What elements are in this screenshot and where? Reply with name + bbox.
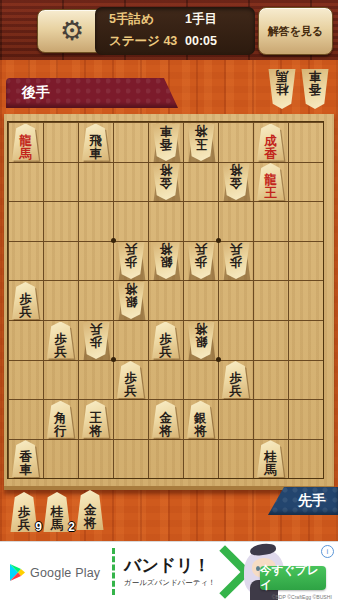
ad-copyright: ©BDP ©CraftEgg ©BUSHI	[272, 595, 332, 600]
hand-piece-sente[interactable]: 歩兵9	[9, 492, 39, 532]
shogi-piece-sente[interactable]: 歩兵	[11, 282, 41, 319]
shogi-piece-sente[interactable]: 角行	[46, 401, 76, 438]
gote-label: 後手	[6, 84, 50, 102]
shogi-piece-sente[interactable]: 金将	[75, 490, 105, 530]
hand-piece-count: 2	[68, 520, 75, 534]
timer: 00:05	[185, 34, 249, 48]
shogi-piece-sente[interactable]: 香車	[11, 440, 41, 477]
shogi-board: 龍馬飛車香車玉将成香金将金将龍王歩兵銀将歩兵歩兵歩兵銀将歩兵歩兵歩兵銀将歩兵歩兵…	[4, 114, 334, 490]
shogi-piece-sente[interactable]: 飛車	[81, 124, 111, 161]
play-field: 後手 桂馬香車 龍馬飛車香車玉将成香金将金将龍王歩兵銀将歩兵歩兵歩兵銀将歩兵歩兵…	[0, 60, 338, 541]
puzzle-info-panel: 5手詰め 1手目 ステージ 43 00:05	[95, 7, 255, 55]
shogi-piece-sente[interactable]: 歩兵	[151, 322, 181, 359]
board-grid[interactable]: 龍馬飛車香車玉将成香金将金将龍王歩兵銀将歩兵歩兵歩兵銀将歩兵歩兵歩兵銀将歩兵歩兵…	[7, 121, 324, 479]
move-counter: 1手目	[185, 11, 249, 28]
shogi-piece-sente[interactable]: 金将	[151, 401, 181, 438]
star-point	[216, 238, 221, 243]
hand-piece-gote[interactable]: 桂馬	[267, 69, 297, 109]
ad-subtitle: ガールズバンドパーティ！	[124, 578, 216, 588]
google-play-text: Google Play	[30, 566, 100, 580]
shogi-piece-sente[interactable]: 龍馬	[11, 124, 41, 161]
ad-info-icon[interactable]: i	[321, 545, 334, 558]
hand-piece-count: 9	[35, 520, 42, 534]
star-point	[216, 357, 221, 362]
hand-piece-sente[interactable]: 金将	[75, 490, 105, 530]
sente-label: 先手	[298, 492, 338, 510]
ad-play-now-button[interactable]: 今すぐプレイ	[260, 566, 326, 590]
shogi-piece-gote[interactable]: 桂馬	[267, 69, 297, 109]
star-point	[111, 357, 116, 362]
problem-type-label: 5手詰め	[97, 11, 185, 28]
gear-icon: ⚙	[60, 18, 84, 45]
star-point	[111, 238, 116, 243]
shogi-piece-sente[interactable]: 王将	[81, 401, 111, 438]
shogi-piece-sente[interactable]: 歩兵	[221, 361, 251, 398]
sente-label-ribbon: 先手	[268, 487, 338, 515]
shogi-piece-sente[interactable]: 龍王	[256, 163, 286, 200]
gote-label-ribbon: 後手	[6, 78, 178, 108]
sente-hand-tray: 歩兵9桂馬2金将	[9, 492, 105, 532]
ad-banner[interactable]: Google Play バンドリ！ ガールズバンドパーティ！ 今すぐプレイ i …	[0, 541, 338, 600]
ad-divider	[112, 548, 115, 595]
shogi-piece-sente[interactable]: 桂馬	[256, 440, 286, 477]
shogi-piece-gote[interactable]: 香車	[300, 69, 330, 109]
stage-label: ステージ 43	[97, 33, 185, 50]
hand-piece-gote[interactable]: 香車	[300, 69, 330, 109]
gote-hand-tray: 桂馬香車	[267, 69, 330, 109]
shogi-piece-sente[interactable]: 成香	[256, 124, 286, 161]
play-triangle-icon	[10, 564, 25, 581]
shogi-piece-sente[interactable]: 銀将	[186, 401, 216, 438]
shogi-piece-sente[interactable]: 歩兵	[46, 322, 76, 359]
top-bar: ⚙ 5手詰め 1手目 ステージ 43 00:05 解答を見る	[0, 0, 338, 60]
google-play-logo: Google Play	[10, 564, 100, 581]
show-answer-button[interactable]: 解答を見る	[258, 7, 333, 55]
hand-piece-sente[interactable]: 桂馬2	[42, 492, 72, 532]
shogi-piece-sente[interactable]: 歩兵	[116, 361, 146, 398]
ad-title: バンドリ！	[124, 554, 211, 577]
